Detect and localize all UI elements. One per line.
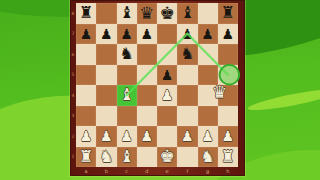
square-a4[interactable] bbox=[76, 85, 96, 106]
square-b4[interactable] bbox=[96, 85, 116, 106]
square-d2[interactable]: ♟ bbox=[137, 126, 157, 147]
square-b1[interactable]: ♞ bbox=[96, 147, 116, 168]
black-pawn: ♟ bbox=[201, 27, 214, 41]
white-pawn: ♟ bbox=[141, 129, 154, 143]
square-c3[interactable] bbox=[117, 106, 137, 127]
square-f8[interactable]: ♝ bbox=[177, 3, 197, 24]
square-c2[interactable]: ♟ bbox=[117, 126, 137, 147]
black-knight: ♞ bbox=[180, 46, 194, 62]
square-g1[interactable]: ♞ bbox=[198, 147, 218, 168]
square-a7[interactable]: ♟ bbox=[76, 24, 96, 45]
file-label-e: e bbox=[157, 168, 177, 175]
white-pawn: ♟ bbox=[100, 129, 113, 143]
rank-label-1: 1 bbox=[70, 147, 76, 168]
chess-board-frame: ♜♝♛♚♝♜♟♟♟♟♟♟♟♞♞♟♝♟♟♟♟♟♟♟♟♜♞♝♚♞♜ 87654321… bbox=[70, 0, 245, 176]
black-pawn: ♟ bbox=[80, 27, 93, 41]
square-e4[interactable]: ♟ bbox=[157, 85, 177, 106]
white-knight: ♞ bbox=[99, 149, 113, 165]
square-c6[interactable]: ♞ bbox=[117, 44, 137, 65]
white-pawn: ♟ bbox=[201, 129, 214, 143]
square-g6[interactable] bbox=[198, 44, 218, 65]
black-pawn: ♟ bbox=[141, 27, 154, 41]
square-d6[interactable] bbox=[137, 44, 157, 65]
rank-labels: 87654321 bbox=[70, 3, 76, 167]
rank-label-5: 5 bbox=[70, 65, 76, 86]
square-e3[interactable] bbox=[157, 106, 177, 127]
square-e2[interactable] bbox=[157, 126, 177, 147]
white-rook: ♜ bbox=[79, 149, 93, 165]
black-pawn: ♟ bbox=[100, 27, 113, 41]
square-f7[interactable]: ♟ bbox=[177, 24, 197, 45]
file-label-a: a bbox=[76, 168, 96, 175]
black-rook: ♜ bbox=[79, 5, 93, 21]
rank-label-6: 6 bbox=[70, 44, 76, 65]
square-c8[interactable]: ♝ bbox=[117, 3, 137, 24]
rank-label-3: 3 bbox=[70, 106, 76, 127]
square-g2[interactable]: ♟ bbox=[198, 126, 218, 147]
black-pawn: ♟ bbox=[161, 68, 174, 82]
square-d3[interactable] bbox=[137, 106, 157, 127]
square-h2[interactable]: ♟ bbox=[218, 126, 238, 147]
square-a2[interactable]: ♟ bbox=[76, 126, 96, 147]
square-a5[interactable] bbox=[76, 65, 96, 86]
white-knight: ♞ bbox=[200, 149, 214, 165]
square-e8[interactable]: ♚ bbox=[157, 3, 177, 24]
square-f5[interactable] bbox=[177, 65, 197, 86]
square-d1[interactable] bbox=[137, 147, 157, 168]
white-pawn: ♟ bbox=[80, 129, 93, 143]
file-label-f: f bbox=[177, 168, 197, 175]
square-c5[interactable] bbox=[117, 65, 137, 86]
thumbnail-stage: ♜♝♛♚♝♜♟♟♟♟♟♟♟♞♞♟♝♟♟♟♟♟♟♟♟♜♞♝♚♞♜ 87654321… bbox=[0, 0, 320, 180]
square-f1[interactable] bbox=[177, 147, 197, 168]
square-g3[interactable] bbox=[198, 106, 218, 127]
square-h1[interactable]: ♜ bbox=[218, 147, 238, 168]
square-f4[interactable] bbox=[177, 85, 197, 106]
square-d5[interactable] bbox=[137, 65, 157, 86]
square-d4[interactable] bbox=[137, 85, 157, 106]
square-e7[interactable] bbox=[157, 24, 177, 45]
white-rook: ♜ bbox=[221, 149, 235, 165]
square-h7[interactable]: ♟ bbox=[218, 24, 238, 45]
rank-label-4: 4 bbox=[70, 85, 76, 106]
square-e5[interactable]: ♟ bbox=[157, 65, 177, 86]
square-a1[interactable]: ♜ bbox=[76, 147, 96, 168]
white-pawn: ♟ bbox=[222, 129, 235, 143]
square-a3[interactable] bbox=[76, 106, 96, 127]
square-h8[interactable]: ♜ bbox=[218, 3, 238, 24]
black-queen: ♛ bbox=[139, 5, 154, 22]
square-b7[interactable]: ♟ bbox=[96, 24, 116, 45]
rank-label-8: 8 bbox=[70, 3, 76, 24]
square-f3[interactable] bbox=[177, 106, 197, 127]
square-e6[interactable] bbox=[157, 44, 177, 65]
square-c4[interactable]: ♝ bbox=[117, 85, 137, 106]
square-c1[interactable]: ♝ bbox=[117, 147, 137, 168]
white-pawn: ♟ bbox=[181, 129, 194, 143]
black-bishop: ♝ bbox=[180, 5, 194, 21]
white-pawn: ♟ bbox=[161, 88, 174, 102]
square-f2[interactable]: ♟ bbox=[177, 126, 197, 147]
white-bishop: ♝ bbox=[119, 87, 133, 103]
file-label-g: g bbox=[198, 168, 218, 175]
black-pawn: ♟ bbox=[120, 27, 133, 41]
square-b6[interactable] bbox=[96, 44, 116, 65]
file-label-h: h bbox=[218, 168, 238, 175]
black-bishop: ♝ bbox=[119, 5, 133, 21]
square-h6[interactable] bbox=[218, 44, 238, 65]
file-label-b: b bbox=[96, 168, 116, 175]
square-h3[interactable] bbox=[218, 106, 238, 127]
square-d7[interactable]: ♟ bbox=[137, 24, 157, 45]
square-a8[interactable]: ♜ bbox=[76, 3, 96, 24]
black-rook: ♜ bbox=[221, 5, 235, 21]
white-pawn: ♟ bbox=[120, 129, 133, 143]
black-pawn: ♟ bbox=[222, 27, 235, 41]
white-queen-animating[interactable]: ♛ bbox=[208, 81, 231, 103]
square-b5[interactable] bbox=[96, 65, 116, 86]
white-bishop: ♝ bbox=[119, 149, 133, 165]
black-pawn: ♟ bbox=[181, 27, 194, 41]
square-c7[interactable]: ♟ bbox=[117, 24, 137, 45]
square-g8[interactable] bbox=[198, 3, 218, 24]
black-knight: ♞ bbox=[119, 46, 133, 62]
white-king: ♚ bbox=[160, 148, 175, 165]
black-king: ♚ bbox=[160, 5, 175, 22]
rank-label-7: 7 bbox=[70, 24, 76, 45]
square-a6[interactable] bbox=[76, 44, 96, 65]
square-b8[interactable] bbox=[96, 3, 116, 24]
square-b3[interactable] bbox=[96, 106, 116, 127]
square-e1[interactable]: ♚ bbox=[157, 147, 177, 168]
square-f6[interactable]: ♞ bbox=[177, 44, 197, 65]
square-b2[interactable]: ♟ bbox=[96, 126, 116, 147]
file-label-d: d bbox=[137, 168, 157, 175]
file-labels: abcdefgh bbox=[76, 168, 238, 175]
file-label-c: c bbox=[117, 168, 137, 175]
rank-label-2: 2 bbox=[70, 126, 76, 147]
square-d8[interactable]: ♛ bbox=[137, 3, 157, 24]
white-queen-glyph: ♛ bbox=[212, 84, 227, 101]
square-g7[interactable]: ♟ bbox=[198, 24, 218, 45]
